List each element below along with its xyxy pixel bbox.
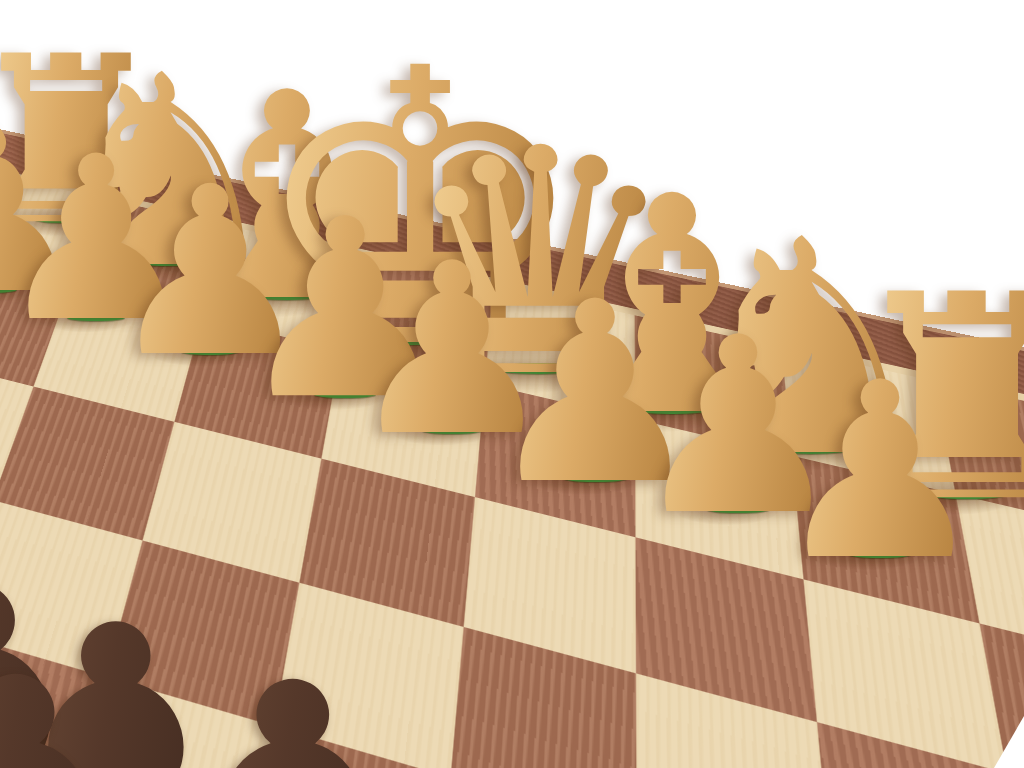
- black-pawn-cropped: ♟: [0, 618, 234, 768]
- pieces-layer: ♜♞♝♚♛♝♞♜♟♟♟♟♟♟♟♟♟♟♟♟: [0, 0, 1024, 768]
- chessboard-photo: ♜♞♝♚♛♝♞♜♟♟♟♟♟♟♟♟♟♟♟♟: [0, 0, 1024, 768]
- white-pawn-b2: ♟: [771, 350, 989, 593]
